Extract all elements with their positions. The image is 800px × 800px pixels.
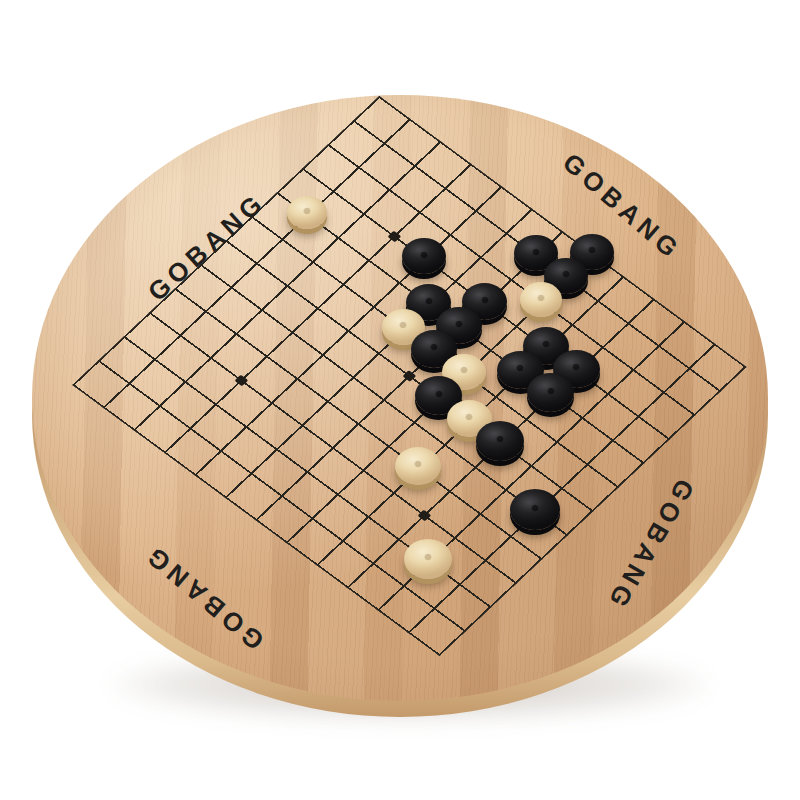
stone-dimple (541, 341, 550, 348)
star-point (387, 231, 401, 243)
white-stone-face (287, 196, 327, 229)
stone-dimple (587, 247, 596, 254)
stone-dimple (465, 413, 474, 420)
black-stone-face (402, 238, 446, 274)
black-stone-face (527, 373, 574, 412)
black-stone-face (510, 489, 560, 530)
white-stone[interactable] (287, 196, 327, 229)
white-stone-face (520, 282, 562, 317)
stone-dimple (460, 367, 469, 374)
stone-dimple (572, 363, 581, 370)
white-stone-face (395, 447, 441, 485)
stone-dimple (480, 296, 489, 303)
stone-dimple (399, 322, 408, 329)
white-stone[interactable] (404, 539, 452, 579)
stone-dimple (546, 387, 555, 394)
white-stone[interactable] (520, 282, 562, 317)
stone-dimple (302, 208, 311, 215)
white-stone[interactable] (395, 447, 441, 485)
black-stone[interactable] (476, 421, 524, 461)
black-stone[interactable] (527, 373, 574, 412)
stone-dimple (531, 504, 540, 511)
stone-dimple (429, 344, 438, 351)
gobang-board[interactable]: GOBANG GOBANG GOBANG GOBANG (32, 95, 768, 701)
stone-dimple (455, 320, 464, 327)
stone-dimple (414, 461, 423, 468)
stone-dimple (536, 295, 545, 302)
stone-dimple (531, 248, 540, 255)
black-stone[interactable] (402, 238, 446, 274)
stone-dimple (495, 435, 504, 442)
stone-dimple (424, 298, 433, 305)
black-stone[interactable] (510, 489, 560, 530)
white-stone-face (404, 539, 452, 579)
stone-dimple (562, 271, 571, 278)
star-point (234, 375, 248, 387)
stone-dimple (424, 554, 433, 561)
stone-dimple (516, 365, 525, 372)
black-stone-face (476, 421, 524, 461)
stone-dimple (419, 251, 428, 258)
stone-dimple (434, 390, 443, 397)
star-point (417, 510, 431, 522)
product-photo-stage: GOBANG GOBANG GOBANG GOBANG (0, 0, 800, 800)
